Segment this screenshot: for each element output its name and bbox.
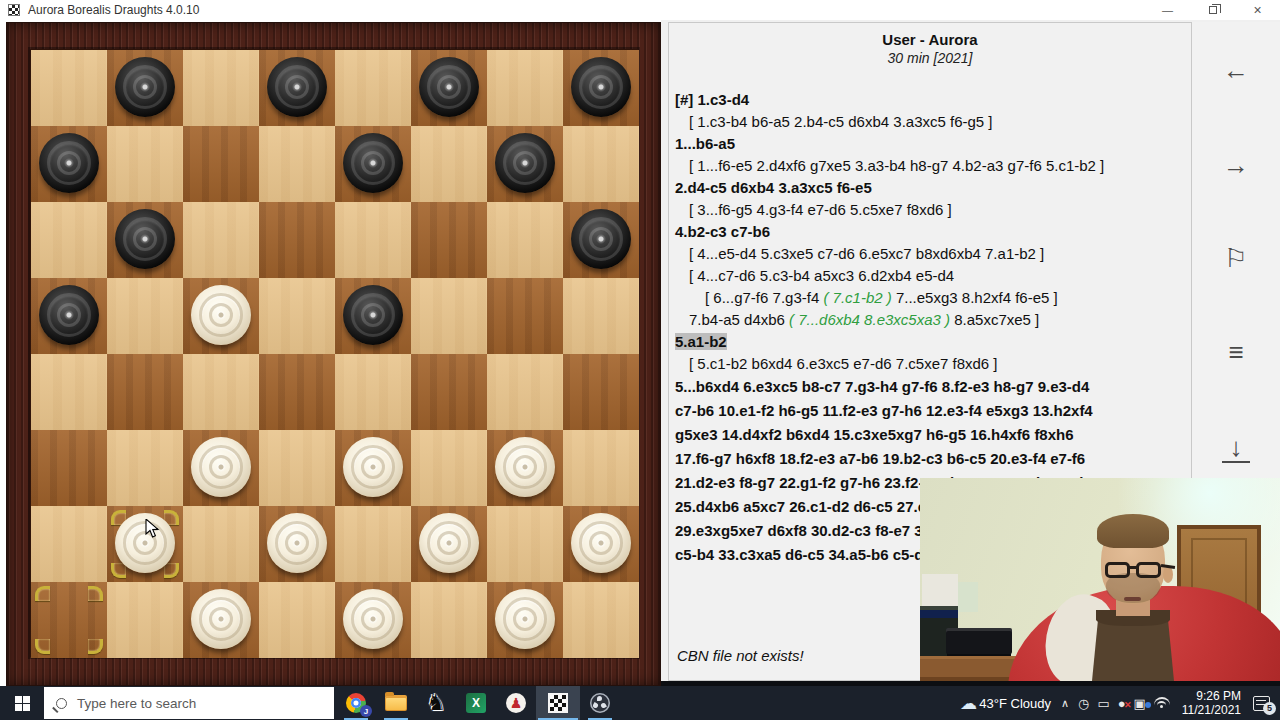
move-line[interactable]: [ 5.c1-b2 b6xd4 6.e3xc5 e7-d6 7.c5xe7 f8…	[675, 353, 1192, 375]
square-b4[interactable]	[107, 354, 183, 430]
forward-arrow-icon[interactable]: →	[1192, 145, 1280, 185]
glasses-right-lens	[1136, 562, 1161, 578]
white-man-g3[interactable]	[495, 437, 555, 497]
restore-button[interactable]	[1190, 0, 1235, 20]
square-h8[interactable]	[563, 50, 639, 126]
notification-center-icon[interactable]: 5	[1253, 696, 1270, 711]
draughts-board-frame	[6, 22, 661, 686]
square-c2[interactable]	[183, 506, 259, 582]
weather-widget[interactable]: ☁ 43°F Cloudy	[955, 686, 1056, 720]
square-e6[interactable]	[335, 202, 411, 278]
flag-icon[interactable]: ⚐	[1192, 238, 1280, 278]
move-text[interactable]: 17.f6-g7 h6xf8 18.f2-e3 a7-b6 19.b2-c3 b…	[675, 450, 1085, 467]
square-f1[interactable]	[411, 582, 487, 658]
square-c5[interactable]	[183, 278, 259, 354]
move-text[interactable]: [ 4...c7-d6 5.c3-b4 a5xc3 6.d2xb4 e5-d4	[689, 267, 954, 284]
move-text[interactable]: 4.b2-c3 c7-b6	[675, 223, 770, 240]
move-text[interactable]: 2.d4-c5 d6xb4 3.a3xc5 f6-e5	[675, 179, 872, 196]
highlight-corner	[164, 563, 179, 578]
person-hair	[1097, 514, 1169, 548]
square-g6[interactable]	[487, 202, 563, 278]
excel-icon: X	[466, 693, 486, 713]
black-man-b6[interactable]	[115, 209, 175, 269]
red-piece-icon: ♟	[506, 693, 526, 713]
square-a5[interactable]	[31, 278, 107, 354]
webcam-video-overlay	[920, 478, 1280, 681]
weather-text: 43°F Cloudy	[979, 696, 1051, 711]
square-h7[interactable]	[563, 126, 639, 202]
square-h3[interactable]	[563, 430, 639, 506]
move-line[interactable]: [ 4...e5-d4 5.c3xe5 c7-d6 6.e5xc7 b8xd6x…	[675, 243, 1192, 265]
taskbar-draughts-app[interactable]	[536, 686, 580, 720]
move-line[interactable]: 5...b6xd4 6.e3xc5 b8-c7 7.g3-h4 g7-f6 8.…	[675, 375, 1192, 399]
square-g4[interactable]	[487, 354, 563, 430]
move-line[interactable]: 17.f6-g7 h6xf8 18.f2-e3 a7-b6 19.b2-c3 b…	[675, 447, 1192, 471]
move-text[interactable]: 7...e5xg3 8.h2xf4 f6-e5 ]	[892, 289, 1058, 306]
chess-knight-icon: ♞	[426, 692, 446, 714]
square-b2[interactable]	[107, 506, 183, 582]
move-text[interactable]: c5-b4 33.c3xa5 d6-c5 34.a5-b6 c5-d4	[675, 546, 932, 563]
square-c7[interactable]	[183, 126, 259, 202]
move-line[interactable]: c7-b6 10.e1-f2 h6-g5 11.f2-e3 g7-h6 12.e…	[675, 399, 1192, 423]
black-man-g7[interactable]	[495, 133, 555, 193]
square-c3[interactable]	[183, 430, 259, 506]
square-a3[interactable]	[31, 430, 107, 506]
battery-icon[interactable]: ▭	[1093, 696, 1113, 711]
square-b3[interactable]	[107, 430, 183, 506]
square-e4[interactable]	[335, 354, 411, 430]
move-line[interactable]: [ 4...c7-d6 5.c3-b4 a5xc3 6.d2xb4 e5-d4	[675, 265, 1192, 287]
white-man-g1[interactable]	[495, 589, 555, 649]
move-text[interactable]: [ 4...e5-d4 5.c3xe5 c7-d6 6.e5xc7 b8xd6x…	[689, 245, 1044, 262]
square-h6[interactable]	[563, 202, 639, 278]
square-b6[interactable]	[107, 202, 183, 278]
square-c6[interactable]	[183, 202, 259, 278]
square-b5[interactable]	[107, 278, 183, 354]
move-line[interactable]: [ 1.c3-b4 b6-a5 2.b4-c5 d6xb4 3.a3xc5 f6…	[675, 111, 1192, 133]
minimize-button[interactable]: —	[1145, 0, 1190, 20]
square-e7[interactable]	[335, 126, 411, 202]
square-g7[interactable]	[487, 126, 563, 202]
square-f3[interactable]	[411, 430, 487, 506]
white-man-f2[interactable]	[419, 513, 479, 573]
square-g2[interactable]	[487, 506, 563, 582]
square-f7[interactable]	[411, 126, 487, 202]
move-line[interactable]: g5xe3 14.d4xf2 b6xd4 15.c3xe5xg7 h6-g5 1…	[675, 423, 1192, 447]
square-a6[interactable]	[31, 202, 107, 278]
square-c8[interactable]	[183, 50, 259, 126]
move-text[interactable]: [ 1.c3-b4 b6-a5 2.b4-c5 d6xb4 3.a3xc5 f6…	[689, 113, 993, 130]
screen: Aurora Borealis Draughts 4.0.10 — × User…	[0, 0, 1280, 720]
black-man-d8[interactable]	[267, 57, 327, 117]
highlight-corner	[35, 586, 50, 601]
square-d4[interactable]	[259, 354, 335, 430]
square-d5[interactable]	[259, 278, 335, 354]
move-line[interactable]: [#] 1.c3-d4	[675, 89, 1192, 111]
start-button[interactable]	[0, 686, 44, 720]
printer	[946, 628, 1012, 654]
chrome-profile-badge: J	[360, 705, 372, 717]
black-man-h8[interactable]	[571, 57, 631, 117]
green-variation[interactable]: ( 7...d6xb4 8.e3xc5xa3 )	[789, 311, 950, 328]
square-b8[interactable]	[107, 50, 183, 126]
square-d3[interactable]	[259, 430, 335, 506]
mouse-cursor	[145, 519, 163, 539]
square-e8[interactable]	[335, 50, 411, 126]
square-g3[interactable]	[487, 430, 563, 506]
square-a8[interactable]	[31, 50, 107, 126]
square-h2[interactable]	[563, 506, 639, 582]
square-c1[interactable]	[183, 582, 259, 658]
taskbar-red-piece-app[interactable]: ♟	[496, 686, 536, 720]
highlight-corner	[111, 563, 126, 578]
cloud-icon: ☁	[960, 693, 977, 714]
hidden-icons-chevron[interactable]: ∧	[1056, 686, 1074, 720]
white-man-c5[interactable]	[191, 285, 251, 345]
time-control-label: 30 min [2021]	[669, 49, 1191, 68]
black-man-a5[interactable]	[39, 285, 99, 345]
square-g8[interactable]	[487, 50, 563, 126]
move-text[interactable]: [#] 1.c3-d4	[675, 91, 749, 108]
square-a2[interactable]	[31, 506, 107, 582]
back-arrow-icon[interactable]: ←	[1192, 50, 1280, 90]
move-text[interactable]: [ 1...f6-e5 2.d4xf6 g7xe5 3.a3-b4 h8-g7 …	[689, 157, 1104, 174]
app-checkerboard-icon	[8, 4, 20, 16]
file-explorer-icon	[385, 695, 407, 711]
square-d6[interactable]	[259, 202, 335, 278]
black-man-f8[interactable]	[419, 57, 479, 117]
square-d7[interactable]	[259, 126, 335, 202]
notification-badge: 5	[1263, 702, 1276, 715]
square-h5[interactable]	[563, 278, 639, 354]
move-line[interactable]: 5.a1-b2	[675, 331, 1192, 353]
move-text[interactable]: g5xe3 14.d4xf2 b6xd4 15.c3xe5xg7 h6-g5 1…	[675, 426, 1074, 443]
square-g1[interactable]	[487, 582, 563, 658]
white-man-c3[interactable]	[191, 437, 251, 497]
square-a7[interactable]	[31, 126, 107, 202]
clock[interactable]: 9:26 PM 11/21/2021	[1174, 689, 1249, 717]
move-text[interactable]: [ 6...g7-f6 7.g3-f4	[705, 289, 823, 306]
move-line[interactable]: 2.d4-c5 d6xb4 3.a3xc5 f6-e5	[675, 177, 1192, 199]
black-man-h6[interactable]	[571, 209, 631, 269]
move-text[interactable]: [ 3...f6-g5 4.g3-f4 e7-d6 5.c5xe7 f8xd6 …	[689, 201, 952, 218]
highlight-corner	[88, 586, 103, 601]
search-input[interactable]: Type here to search	[44, 687, 334, 719]
tray-time: 9:26 PM	[1196, 689, 1241, 703]
taskbar-file-explorer[interactable]	[376, 686, 416, 720]
download-icon[interactable]: ↓	[1192, 427, 1280, 467]
move-line[interactable]: [ 1...f6-e5 2.d4xf6 g7xe5 3.a3-b4 h8-g7 …	[675, 155, 1192, 177]
square-f4[interactable]	[411, 354, 487, 430]
square-e1[interactable]	[335, 582, 411, 658]
move-text[interactable]: [ 5.c1-b2 b6xd4 6.e3xc5 e7-d6 7.c5xe7 f8…	[689, 355, 998, 372]
search-icon	[56, 698, 67, 709]
white-man-e1[interactable]	[343, 589, 403, 649]
green-variation[interactable]: ( 7.c1-b2 )	[823, 289, 891, 306]
black-man-b8[interactable]	[115, 57, 175, 117]
obs-icon	[590, 693, 610, 713]
move-line[interactable]: 7.b4-a5 d4xb6 ( 7...d6xb4 8.e3xc5xa3 ) 8…	[675, 309, 1192, 331]
boxes	[922, 574, 958, 608]
white-man-h2[interactable]	[571, 513, 631, 573]
taskbar-excel[interactable]: X	[456, 686, 496, 720]
windows-logo-icon	[15, 696, 30, 711]
black-man-a7[interactable]	[39, 133, 99, 193]
search-placeholder: Type here to search	[77, 696, 196, 711]
square-h1[interactable]	[563, 582, 639, 658]
move-text[interactable]: 1...b6-a5	[675, 135, 735, 152]
square-e2[interactable]	[335, 506, 411, 582]
status-message: CBN file not exists!	[677, 647, 804, 664]
move-text[interactable]: 8.a5xc7xe5 ]	[950, 311, 1039, 328]
black-man-e5[interactable]	[343, 285, 403, 345]
move-text[interactable]: 7.b4-a5 d4xb6	[689, 311, 789, 328]
square-f8[interactable]	[411, 50, 487, 126]
draughts-board[interactable]	[30, 49, 638, 657]
square-e5[interactable]	[335, 278, 411, 354]
black-man-e7[interactable]	[343, 133, 403, 193]
move-line[interactable]: [ 3...f6-g5 4.g3-f4 e7-d6 5.c5xe7 f8xd6 …	[675, 199, 1192, 221]
white-man-c1[interactable]	[191, 589, 251, 649]
move-line[interactable]: 1...b6-a5	[675, 133, 1192, 155]
taskbar-chess-app[interactable]: ♞	[416, 686, 456, 720]
person-mouth	[1124, 597, 1141, 601]
square-f2[interactable]	[411, 506, 487, 582]
taskbar-chrome[interactable]: J	[336, 686, 376, 720]
highlight-corner	[88, 639, 103, 654]
square-a1[interactable]	[31, 582, 107, 658]
current-move[interactable]: 5.a1-b2	[675, 333, 727, 350]
move-line[interactable]: 4.b2-c3 c7-b6	[675, 221, 1192, 243]
highlight-corner	[35, 639, 50, 654]
white-man-e3[interactable]	[343, 437, 403, 497]
square-b1[interactable]	[107, 582, 183, 658]
draughts-board-icon	[548, 693, 568, 713]
taskbar-obs[interactable]	[580, 686, 620, 720]
square-f5[interactable]	[411, 278, 487, 354]
square-h4[interactable]	[563, 354, 639, 430]
window-title: Aurora Borealis Draughts 4.0.10	[28, 3, 199, 17]
tray-date: 11/21/2021	[1182, 703, 1241, 717]
square-b7[interactable]	[107, 126, 183, 202]
move-text[interactable]: 5...b6xd4 6.e3xc5 b8-c7 7.g3-h4 g7-f6 8.…	[675, 378, 1089, 395]
audio-device-icon[interactable]: ●✕	[1114, 696, 1130, 711]
square-d8[interactable]	[259, 50, 335, 126]
dresser	[920, 656, 1020, 681]
glasses-bridge	[1128, 566, 1138, 569]
white-man-d2[interactable]	[267, 513, 327, 573]
players-title: User - Aurora	[669, 30, 1191, 49]
move-text[interactable]: c7-b6 10.e1-f2 h6-g5 11.f2-e3 g7-h6 12.e…	[675, 402, 1093, 419]
alarm-icon[interactable]: ◷	[1074, 696, 1093, 711]
move-line[interactable]: [ 6...g7-f6 7.g3-f4 ( 7.c1-b2 ) 7...e5xg…	[675, 287, 1192, 309]
network-icon[interactable]: ▣	[1130, 696, 1150, 711]
windows-taskbar: Type here to search J ♞ X ♟	[0, 686, 1280, 720]
square-c4[interactable]	[183, 354, 259, 430]
square-a4[interactable]	[31, 354, 107, 430]
square-f6[interactable]	[411, 202, 487, 278]
square-g5[interactable]	[487, 278, 563, 354]
close-button[interactable]: ×	[1235, 0, 1280, 20]
wifi-icon[interactable]	[1154, 697, 1170, 709]
system-tray: ☁ 43°F Cloudy ∧ ◷ ▭ ●✕ ▣ 9:26 PM 11/21/2…	[955, 686, 1280, 720]
title-bar: Aurora Borealis Draughts 4.0.10 — ×	[0, 0, 1280, 20]
square-d2[interactable]	[259, 506, 335, 582]
glasses-left-lens	[1105, 562, 1130, 578]
square-e3[interactable]	[335, 430, 411, 506]
square-d1[interactable]	[259, 582, 335, 658]
menu-icon[interactable]: ≡	[1192, 332, 1280, 372]
